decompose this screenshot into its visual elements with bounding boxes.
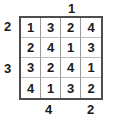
skyscrapers-puzzle-diagram: 1 23 42 1324241332414132 — [0, 0, 120, 120]
clue-top-3: 1 — [61, 0, 82, 16]
grid-cell-r4c3[interactable]: 3 — [61, 78, 81, 98]
grid-cell-r2c4[interactable]: 3 — [81, 38, 101, 58]
grid-cell-r2c2[interactable]: 4 — [41, 38, 61, 58]
bottom-clues-row: 42 — [19, 100, 103, 118]
grid-cell-r1c2[interactable]: 3 — [41, 18, 61, 38]
clue-right-2 — [103, 37, 120, 58]
grid-cell-r4c2[interactable]: 1 — [41, 78, 61, 98]
grid-cell-r4c1[interactable]: 4 — [21, 78, 41, 98]
grid-cell-r1c3[interactable]: 2 — [61, 18, 81, 38]
puzzle-grid: 1324241332414132 — [19, 16, 103, 100]
grid-cell-r3c3[interactable]: 4 — [61, 58, 81, 78]
clue-left-3: 3 — [0, 58, 15, 79]
clue-left-2 — [0, 37, 15, 58]
grid-cell-r4c4[interactable]: 2 — [81, 78, 101, 98]
clue-left-1: 2 — [0, 16, 15, 37]
grid-cell-r2c1[interactable]: 2 — [21, 38, 41, 58]
grid-cell-r1c1[interactable]: 1 — [21, 18, 41, 38]
left-clues-column: 23 — [0, 16, 19, 100]
clue-bottom-3 — [59, 100, 80, 118]
top-clues-row: 1 — [19, 0, 103, 16]
grid-cell-r3c2[interactable]: 2 — [41, 58, 61, 78]
grid-cell-r1c4[interactable]: 4 — [81, 18, 101, 38]
clue-bottom-1 — [17, 100, 38, 118]
clue-top-2 — [40, 0, 61, 16]
clue-right-1 — [103, 16, 120, 37]
clue-right-4 — [103, 79, 120, 100]
clue-left-4 — [0, 79, 15, 100]
clue-bottom-2: 4 — [38, 100, 59, 118]
clue-right-3 — [103, 58, 120, 79]
clue-top-4 — [82, 0, 103, 16]
grid-cell-r2c3[interactable]: 1 — [61, 38, 81, 58]
clue-bottom-4: 2 — [80, 100, 101, 118]
grid-cell-r3c4[interactable]: 1 — [81, 58, 101, 78]
clue-top-1 — [19, 0, 40, 16]
right-clues-column — [103, 16, 120, 100]
grid-cell-r3c1[interactable]: 3 — [21, 58, 41, 78]
